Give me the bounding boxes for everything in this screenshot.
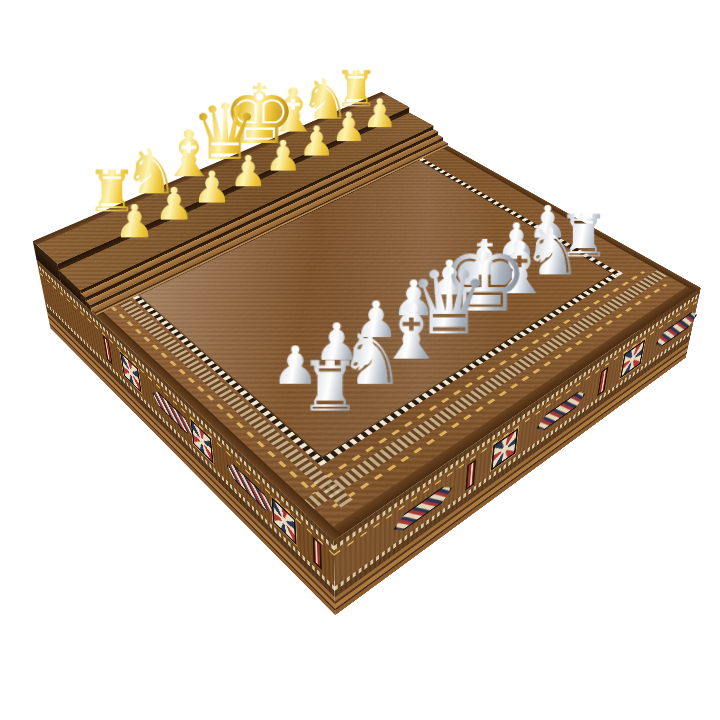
piece-silver-white-rook-a1[interactable]: ♜: [273, 352, 384, 431]
chess-box: ♜♞♝♛♚♝♞♜♟♟♟♟♟♟♟♟♟♟♟♟♟♟♟♟♜♞♝♛♚♝♞♜: [50, 171, 685, 615]
board-top: ♜♞♝♛♚♝♞♜♟♟♟♟♟♟♟♟♟♟♟♟♟♟♟♟♜♞♝♛♚♝♞♜: [36, 108, 700, 540]
product-photo-scene: ♜♞♝♛♚♝♞♜♟♟♟♟♟♟♟♟♟♟♟♟♟♟♟♟♜♞♝♛♚♝♞♜: [0, 0, 720, 720]
